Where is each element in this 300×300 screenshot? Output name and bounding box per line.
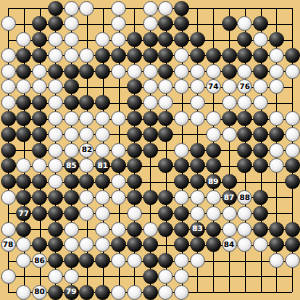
stone-black-c7r12 xyxy=(95,174,110,189)
stone-black-c18r9 xyxy=(269,127,284,142)
stone-white-c1r15 xyxy=(1,222,16,237)
stone-black-c15r8 xyxy=(222,111,237,126)
stone-black-c17r9 xyxy=(253,127,268,142)
stone-black-c10r17 xyxy=(143,253,158,268)
stone-black-c13r11 xyxy=(190,158,205,173)
stone-white-c15r14 xyxy=(222,206,237,221)
stone-white-c4r12 xyxy=(48,174,63,189)
stone-black-c2r12 xyxy=(16,174,31,189)
stone-black-c1r10 xyxy=(1,143,16,158)
stone-white-c5r18 xyxy=(64,269,79,284)
stone-white-c5r4 xyxy=(64,48,79,63)
move-number-label: 88 xyxy=(240,194,250,202)
stone-white-c5r8 xyxy=(64,111,79,126)
stone-white-c14r5 xyxy=(206,64,221,79)
stone-white-c10r1 xyxy=(143,1,158,16)
stone-white-c1r7 xyxy=(1,95,16,110)
stone-black-c9r12 xyxy=(127,174,142,189)
stone-white-c18r10 xyxy=(269,143,284,158)
stone-black-c15r5 xyxy=(222,64,237,79)
stone-white-c5r9 xyxy=(64,127,79,142)
stone-black-c12r3 xyxy=(174,32,189,47)
move-number-label: 78 xyxy=(3,241,13,249)
stone-black-c9r6 xyxy=(127,79,142,94)
stone-black-c10r18 xyxy=(143,269,158,284)
stone-white-c1r5 xyxy=(1,64,16,79)
stone-white-c18r5 xyxy=(269,64,284,79)
stone-white-c19r10 xyxy=(285,143,300,158)
stone-white-c19r17 xyxy=(285,253,300,268)
stone-white-c4r10 xyxy=(48,143,63,158)
stone-black-c14r16 xyxy=(206,237,221,252)
stone-black-c19r16 xyxy=(285,237,300,252)
stone-black-c10r19 xyxy=(143,285,158,300)
stone-white-c3r5 xyxy=(32,64,47,79)
stone-move-82: 82 xyxy=(79,143,94,158)
stone-white-c4r7 xyxy=(48,95,63,110)
stone-black-c3r4 xyxy=(32,48,47,63)
stone-black-c8r11 xyxy=(111,158,126,173)
go-board[interactable]: 747682858189878877837884868079 xyxy=(0,0,300,300)
move-number-label: 86 xyxy=(34,257,44,265)
stone-white-c13r5 xyxy=(190,64,205,79)
stone-move-76: 76 xyxy=(237,79,252,94)
stone-white-c13r7 xyxy=(190,95,205,110)
stone-white-c11r6 xyxy=(158,79,173,94)
stone-black-c6r7 xyxy=(79,95,94,110)
stone-white-c5r2 xyxy=(64,16,79,31)
stone-black-c18r3 xyxy=(269,32,284,47)
stone-white-c7r13 xyxy=(95,190,110,205)
move-number-label: 87 xyxy=(224,194,234,202)
stone-white-c4r11 xyxy=(48,158,63,173)
stone-white-c15r7 xyxy=(222,95,237,110)
stone-black-c1r11 xyxy=(1,158,16,173)
stone-black-c3r2 xyxy=(32,16,47,31)
stone-black-c14r15 xyxy=(206,222,221,237)
stone-black-c11r13 xyxy=(158,190,173,205)
stone-black-c4r15 xyxy=(48,222,63,237)
stone-white-c10r2 xyxy=(143,16,158,31)
stone-black-c6r5 xyxy=(79,64,94,79)
stone-move-85: 85 xyxy=(64,158,79,173)
stone-black-c17r8 xyxy=(253,111,268,126)
stone-black-c10r16 xyxy=(143,237,158,252)
stone-white-c16r16 xyxy=(237,237,252,252)
move-number-label: 80 xyxy=(34,288,44,296)
stone-move-78: 78 xyxy=(1,237,16,252)
stone-black-c9r10 xyxy=(127,143,142,158)
stone-black-c14r4 xyxy=(206,48,221,63)
stone-black-c9r13 xyxy=(127,190,142,205)
stone-white-c8r15 xyxy=(111,222,126,237)
stone-black-c4r14 xyxy=(48,206,63,221)
stone-black-c2r15 xyxy=(16,222,31,237)
stone-black-c10r9 xyxy=(143,127,158,142)
stone-black-c9r7 xyxy=(127,95,142,110)
stone-black-c5r14 xyxy=(64,206,79,221)
stone-black-c13r10 xyxy=(190,143,205,158)
stone-black-c11r3 xyxy=(158,32,173,47)
stone-black-c13r16 xyxy=(190,237,205,252)
stone-white-c6r1 xyxy=(79,1,94,16)
stone-white-c2r3 xyxy=(16,32,31,47)
stone-move-77: 77 xyxy=(16,206,31,221)
stone-white-c17r16 xyxy=(253,237,268,252)
stone-black-c2r13 xyxy=(16,190,31,205)
stone-white-c10r6 xyxy=(143,79,158,94)
stone-white-c15r6 xyxy=(222,79,237,94)
stone-black-c4r19 xyxy=(48,285,63,300)
stone-white-c12r13 xyxy=(174,190,189,205)
stone-black-c17r4 xyxy=(253,48,268,63)
stone-black-c9r9 xyxy=(127,127,142,142)
stone-move-86: 86 xyxy=(32,253,47,268)
stone-white-c2r19 xyxy=(16,285,31,300)
stone-white-c5r16 xyxy=(64,237,79,252)
stone-white-c19r9 xyxy=(285,127,300,142)
stone-black-c7r7 xyxy=(95,95,110,110)
stone-black-c16r10 xyxy=(237,143,252,158)
stone-black-c11r2 xyxy=(158,16,173,31)
stone-white-c13r8 xyxy=(190,111,205,126)
stone-black-c4r2 xyxy=(48,16,63,31)
stone-black-c9r3 xyxy=(127,32,142,47)
stone-white-c16r5 xyxy=(237,64,252,79)
stone-black-c9r15 xyxy=(127,222,142,237)
stone-white-c13r6 xyxy=(190,79,205,94)
stone-black-c12r16 xyxy=(174,237,189,252)
stone-black-c7r4 xyxy=(95,48,110,63)
stone-black-c17r13 xyxy=(253,190,268,205)
stone-white-c7r15 xyxy=(95,222,110,237)
stone-black-c9r8 xyxy=(127,111,142,126)
stone-black-c17r10 xyxy=(253,143,268,158)
stone-black-c6r12 xyxy=(79,174,94,189)
stone-black-c7r19 xyxy=(95,285,110,300)
stone-white-c6r11 xyxy=(79,158,94,173)
stone-white-c19r8 xyxy=(285,111,300,126)
stone-black-c2r5 xyxy=(16,64,31,79)
stone-white-c9r17 xyxy=(127,253,142,268)
stone-black-c14r11 xyxy=(206,158,221,173)
stone-black-c17r11 xyxy=(253,158,268,173)
stone-black-c16r11 xyxy=(237,158,252,173)
stone-white-c13r17 xyxy=(190,253,205,268)
stone-black-c12r1 xyxy=(174,1,189,16)
stone-black-c17r2 xyxy=(253,16,268,31)
stone-black-c11r15 xyxy=(158,222,173,237)
stone-white-c17r6 xyxy=(253,79,268,94)
stone-black-c8r4 xyxy=(111,48,126,63)
stone-white-c13r14 xyxy=(190,206,205,221)
stone-white-c3r6 xyxy=(32,79,47,94)
stone-black-c3r12 xyxy=(32,174,47,189)
stone-black-c2r9 xyxy=(16,127,31,142)
stone-black-c3r7 xyxy=(32,95,47,110)
stone-black-c4r13 xyxy=(48,190,63,205)
stone-white-c1r6 xyxy=(1,79,16,94)
stone-black-c7r17 xyxy=(95,253,110,268)
stone-black-c12r14 xyxy=(174,206,189,221)
stone-black-c4r16 xyxy=(48,237,63,252)
stone-black-c19r4 xyxy=(285,48,300,63)
stone-white-c14r8 xyxy=(206,111,221,126)
stone-black-c3r13 xyxy=(32,190,47,205)
move-number-label: 79 xyxy=(66,288,76,296)
stone-white-c12r8 xyxy=(174,111,189,126)
stone-white-c6r16 xyxy=(79,237,94,252)
move-number-label: 77 xyxy=(19,210,29,218)
stone-black-c17r15 xyxy=(253,222,268,237)
stone-black-c12r12 xyxy=(174,174,189,189)
stone-white-c1r18 xyxy=(1,269,16,284)
stone-white-c8r5 xyxy=(111,64,126,79)
stone-white-c13r13 xyxy=(190,190,205,205)
stone-black-c12r11 xyxy=(174,158,189,173)
stone-black-c4r5 xyxy=(48,64,63,79)
stone-black-c1r9 xyxy=(1,127,16,142)
stone-black-c4r17 xyxy=(48,253,63,268)
stone-white-c12r5 xyxy=(174,64,189,79)
stone-white-c1r2 xyxy=(1,16,16,31)
stone-black-c11r17 xyxy=(158,253,173,268)
stone-white-c15r9 xyxy=(222,127,237,142)
stone-black-c14r10 xyxy=(206,143,221,158)
stone-white-c8r19 xyxy=(111,285,126,300)
stone-black-c18r16 xyxy=(269,237,284,252)
stone-black-c12r15 xyxy=(174,222,189,237)
stone-white-c1r13 xyxy=(1,190,16,205)
stone-black-c3r14 xyxy=(32,206,47,221)
stone-black-c15r2 xyxy=(222,16,237,31)
stone-white-c7r10 xyxy=(95,143,110,158)
stone-move-87: 87 xyxy=(222,190,237,205)
stone-black-c16r9 xyxy=(237,127,252,142)
stone-white-c18r8 xyxy=(269,111,284,126)
stone-white-c12r17 xyxy=(174,253,189,268)
stone-white-c3r11 xyxy=(32,158,47,173)
move-number-label: 81 xyxy=(98,162,108,170)
stone-white-c12r10 xyxy=(174,143,189,158)
stone-black-c5r12 xyxy=(64,174,79,189)
stone-black-c11r11 xyxy=(158,158,173,173)
stone-white-c8r1 xyxy=(111,1,126,16)
stone-black-c2r7 xyxy=(16,95,31,110)
stone-black-c6r17 xyxy=(79,253,94,268)
stone-white-c7r3 xyxy=(95,32,110,47)
stone-black-c9r16 xyxy=(127,237,142,252)
stone-black-c3r9 xyxy=(32,127,47,142)
stone-black-c15r12 xyxy=(222,174,237,189)
stone-black-c17r5 xyxy=(253,64,268,79)
stone-white-c8r8 xyxy=(111,111,126,126)
stone-black-c5r5 xyxy=(64,64,79,79)
move-number-label: 82 xyxy=(82,146,92,154)
stone-white-c6r9 xyxy=(79,127,94,142)
stone-move-81: 81 xyxy=(95,158,110,173)
stone-black-c12r2 xyxy=(174,16,189,31)
stone-white-c18r11 xyxy=(269,158,284,173)
stone-black-c2r8 xyxy=(16,111,31,126)
stone-move-88: 88 xyxy=(237,190,252,205)
stone-black-c5r6 xyxy=(64,79,79,94)
move-number-label: 89 xyxy=(208,178,218,186)
stone-white-c12r6 xyxy=(174,79,189,94)
stone-white-c6r8 xyxy=(79,111,94,126)
stone-black-c7r5 xyxy=(95,64,110,79)
stone-white-c8r13 xyxy=(111,190,126,205)
stone-white-c4r4 xyxy=(48,48,63,63)
stone-black-c11r5 xyxy=(158,64,173,79)
move-number-label: 84 xyxy=(224,241,234,249)
stone-black-c10r8 xyxy=(143,111,158,126)
stone-white-c12r19 xyxy=(174,285,189,300)
stone-black-c19r11 xyxy=(285,158,300,173)
stone-black-c4r1 xyxy=(48,1,63,16)
stone-black-c10r13 xyxy=(143,190,158,205)
stone-move-83: 83 xyxy=(190,222,205,237)
stone-black-c5r13 xyxy=(64,190,79,205)
stone-white-c2r6 xyxy=(16,79,31,94)
stone-white-c14r13 xyxy=(206,190,221,205)
stone-black-c13r4 xyxy=(190,48,205,63)
stone-white-c17r7 xyxy=(253,95,268,110)
stone-white-c11r18 xyxy=(158,269,173,284)
stone-white-c8r2 xyxy=(111,16,126,31)
stone-white-c10r15 xyxy=(143,222,158,237)
stone-black-c16r3 xyxy=(237,32,252,47)
stone-black-c10r4 xyxy=(143,48,158,63)
stone-white-c6r4 xyxy=(79,48,94,63)
stone-white-c2r17 xyxy=(16,253,31,268)
stone-black-c3r8 xyxy=(32,111,47,126)
stone-black-c9r4 xyxy=(127,48,142,63)
stone-white-c4r3 xyxy=(48,32,63,47)
stone-white-c14r9 xyxy=(206,127,221,142)
stone-white-c5r10 xyxy=(64,143,79,158)
stone-black-c11r14 xyxy=(158,206,173,221)
stone-white-c6r14 xyxy=(79,206,94,221)
stone-white-c14r14 xyxy=(206,206,221,221)
stone-white-c4r6 xyxy=(48,79,63,94)
stone-white-c11r7 xyxy=(158,95,173,110)
stone-white-c11r19 xyxy=(158,285,173,300)
stone-move-80: 80 xyxy=(32,285,47,300)
stone-black-c1r12 xyxy=(1,174,16,189)
stone-white-c5r3 xyxy=(64,32,79,47)
stone-white-c18r17 xyxy=(269,253,284,268)
stone-black-c8r16 xyxy=(111,237,126,252)
stone-black-c19r15 xyxy=(285,222,300,237)
stone-white-c10r5 xyxy=(143,64,158,79)
stone-black-c13r12 xyxy=(190,174,205,189)
stone-black-c5r7 xyxy=(64,95,79,110)
stone-black-c10r3 xyxy=(143,32,158,47)
move-number-label: 76 xyxy=(240,83,250,91)
stone-white-c1r4 xyxy=(1,48,16,63)
stone-black-c17r14 xyxy=(253,206,268,221)
stone-white-c16r7 xyxy=(237,95,252,110)
stone-move-74: 74 xyxy=(206,79,221,94)
stone-black-c1r8 xyxy=(1,111,16,126)
stone-white-c7r8 xyxy=(95,111,110,126)
stone-white-c8r10 xyxy=(111,143,126,158)
stone-white-c8r17 xyxy=(111,253,126,268)
stone-black-c10r10 xyxy=(143,143,158,158)
stone-white-c8r12 xyxy=(111,174,126,189)
stone-black-c16r4 xyxy=(237,48,252,63)
stone-white-c19r5 xyxy=(285,64,300,79)
stone-white-c7r9 xyxy=(95,127,110,142)
stone-white-c4r9 xyxy=(48,127,63,142)
stone-white-c16r14 xyxy=(237,206,252,221)
move-number-label: 85 xyxy=(66,162,76,170)
stone-white-c17r3 xyxy=(253,32,268,47)
stone-white-c9r5 xyxy=(127,64,142,79)
stone-black-c16r8 xyxy=(237,111,252,126)
stone-white-c7r16 xyxy=(95,237,110,252)
stone-white-c4r8 xyxy=(48,111,63,126)
stone-white-c16r2 xyxy=(237,16,252,31)
stone-white-c6r13 xyxy=(79,190,94,205)
stone-white-c12r18 xyxy=(174,269,189,284)
stone-black-c5r17 xyxy=(64,253,79,268)
stone-black-c11r4 xyxy=(158,48,173,63)
stone-black-c18r15 xyxy=(269,222,284,237)
stone-black-c13r3 xyxy=(190,32,205,47)
stone-white-c15r15 xyxy=(222,222,237,237)
stone-black-c2r4 xyxy=(16,48,31,63)
stone-move-84: 84 xyxy=(222,237,237,252)
stone-white-c9r14 xyxy=(127,206,142,221)
stone-white-c2r11 xyxy=(16,158,31,173)
stone-black-c11r9 xyxy=(158,127,173,142)
stone-white-c2r16 xyxy=(16,237,31,252)
stone-white-c12r4 xyxy=(174,48,189,63)
stone-black-c11r8 xyxy=(158,111,173,126)
stone-white-c18r6 xyxy=(269,79,284,94)
stone-white-c9r19 xyxy=(127,285,142,300)
stone-black-c3r10 xyxy=(32,143,47,158)
stone-black-c6r19 xyxy=(79,285,94,300)
stone-white-c4r18 xyxy=(48,269,63,284)
stone-white-c16r15 xyxy=(237,222,252,237)
stone-white-c11r1 xyxy=(158,1,173,16)
stone-move-79: 79 xyxy=(64,285,79,300)
stone-black-c3r16 xyxy=(32,237,47,252)
move-number-label: 83 xyxy=(192,225,202,233)
stone-white-c18r4 xyxy=(269,48,284,63)
stone-black-c3r3 xyxy=(32,32,47,47)
stone-white-c8r3 xyxy=(111,32,126,47)
stone-white-c7r14 xyxy=(95,206,110,221)
stone-white-c5r1 xyxy=(64,1,79,16)
stone-white-c10r7 xyxy=(143,95,158,110)
stone-black-c19r12 xyxy=(285,174,300,189)
stone-white-c5r15 xyxy=(64,222,79,237)
stone-black-c15r4 xyxy=(222,48,237,63)
move-number-label: 74 xyxy=(208,83,218,91)
stone-black-c9r11 xyxy=(127,158,142,173)
stone-move-89: 89 xyxy=(206,174,221,189)
